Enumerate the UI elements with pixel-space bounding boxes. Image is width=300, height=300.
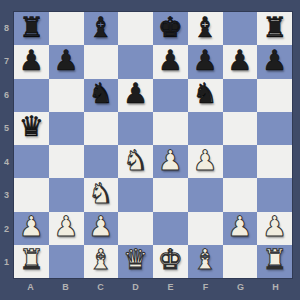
square-h1[interactable]: ♜ — [257, 245, 292, 278]
piece-black-pawn[interactable]: ♟ — [19, 47, 44, 75]
square-c7[interactable] — [84, 45, 119, 78]
square-f2[interactable] — [188, 212, 223, 245]
piece-black-rook[interactable]: ♜ — [19, 14, 44, 42]
chess-board[interactable]: ♜♝♚♝♜♟♟♟♟♟♟♞♟♞♛♞♟♟♞♟♟♟♟♟♜♝♛♚♝♜ — [13, 11, 293, 279]
file-label-h: H — [258, 279, 293, 295]
square-b4[interactable] — [49, 145, 84, 178]
file-label-e: E — [153, 279, 188, 295]
square-d2[interactable] — [118, 212, 153, 245]
piece-black-pawn[interactable]: ♟ — [262, 47, 287, 75]
square-c5[interactable] — [84, 112, 119, 145]
piece-white-pawn[interactable]: ♟ — [262, 213, 287, 241]
square-g6[interactable] — [223, 79, 258, 112]
square-b2[interactable]: ♟ — [49, 212, 84, 245]
square-b8[interactable] — [49, 12, 84, 45]
piece-white-knight[interactable]: ♞ — [123, 147, 148, 175]
square-c6[interactable]: ♞ — [84, 79, 119, 112]
piece-white-pawn[interactable]: ♟ — [54, 213, 79, 241]
rank-label-2: 2 — [0, 212, 13, 246]
square-b7[interactable]: ♟ — [49, 45, 84, 78]
file-label-f: F — [188, 279, 223, 295]
square-e7[interactable]: ♟ — [153, 45, 188, 78]
square-a5[interactable]: ♛ — [14, 112, 49, 145]
square-g2[interactable]: ♟ — [223, 212, 258, 245]
square-c3[interactable]: ♞ — [84, 178, 119, 211]
square-e3[interactable] — [153, 178, 188, 211]
piece-white-bishop[interactable]: ♝ — [88, 246, 113, 274]
piece-white-pawn[interactable]: ♟ — [227, 213, 252, 241]
piece-white-pawn[interactable]: ♟ — [158, 147, 183, 175]
square-a3[interactable] — [14, 178, 49, 211]
square-a2[interactable]: ♟ — [14, 212, 49, 245]
piece-black-king[interactable]: ♚ — [158, 14, 183, 42]
square-a6[interactable] — [14, 79, 49, 112]
square-h2[interactable]: ♟ — [257, 212, 292, 245]
square-d8[interactable] — [118, 12, 153, 45]
square-e6[interactable] — [153, 79, 188, 112]
square-a7[interactable]: ♟ — [14, 45, 49, 78]
piece-white-knight[interactable]: ♞ — [88, 180, 113, 208]
square-f4[interactable]: ♟ — [188, 145, 223, 178]
square-e5[interactable] — [153, 112, 188, 145]
square-h4[interactable] — [257, 145, 292, 178]
piece-white-queen[interactable]: ♛ — [123, 246, 148, 274]
rank-label-4: 4 — [0, 145, 13, 179]
square-h5[interactable] — [257, 112, 292, 145]
square-e4[interactable]: ♟ — [153, 145, 188, 178]
square-d5[interactable] — [118, 112, 153, 145]
piece-black-knight[interactable]: ♞ — [193, 80, 218, 108]
square-b6[interactable] — [49, 79, 84, 112]
file-label-d: D — [118, 279, 153, 295]
square-f7[interactable]: ♟ — [188, 45, 223, 78]
rank-label-7: 7 — [0, 45, 13, 79]
piece-black-pawn[interactable]: ♟ — [227, 47, 252, 75]
square-h7[interactable]: ♟ — [257, 45, 292, 78]
rank-labels: 87654321 — [0, 11, 13, 279]
square-c2[interactable]: ♟ — [84, 212, 119, 245]
square-g7[interactable]: ♟ — [223, 45, 258, 78]
piece-black-pawn[interactable]: ♟ — [54, 47, 79, 75]
square-g4[interactable] — [223, 145, 258, 178]
file-label-a: A — [13, 279, 48, 295]
square-a4[interactable] — [14, 145, 49, 178]
square-g8[interactable] — [223, 12, 258, 45]
rank-label-5: 5 — [0, 112, 13, 146]
square-d6[interactable]: ♟ — [118, 79, 153, 112]
square-d1[interactable]: ♛ — [118, 245, 153, 278]
square-h8[interactable]: ♜ — [257, 12, 292, 45]
piece-black-queen[interactable]: ♛ — [19, 113, 44, 141]
rank-label-1: 1 — [0, 246, 13, 280]
square-f1[interactable]: ♝ — [188, 245, 223, 278]
file-label-g: G — [223, 279, 258, 295]
square-b3[interactable] — [49, 178, 84, 211]
piece-white-pawn[interactable]: ♟ — [193, 147, 218, 175]
square-f8[interactable]: ♝ — [188, 12, 223, 45]
square-d7[interactable] — [118, 45, 153, 78]
square-d3[interactable] — [118, 178, 153, 211]
piece-white-pawn[interactable]: ♟ — [88, 213, 113, 241]
piece-black-pawn[interactable]: ♟ — [193, 47, 218, 75]
square-c1[interactable]: ♝ — [84, 245, 119, 278]
file-label-c: C — [83, 279, 118, 295]
square-c8[interactable]: ♝ — [84, 12, 119, 45]
square-e2[interactable] — [153, 212, 188, 245]
rank-label-3: 3 — [0, 179, 13, 213]
piece-white-pawn[interactable]: ♟ — [19, 213, 44, 241]
file-label-b: B — [48, 279, 83, 295]
square-f5[interactable] — [188, 112, 223, 145]
rank-label-6: 6 — [0, 78, 13, 112]
piece-black-pawn[interactable]: ♟ — [158, 47, 183, 75]
square-g3[interactable] — [223, 178, 258, 211]
piece-black-pawn[interactable]: ♟ — [123, 80, 148, 108]
piece-black-bishop[interactable]: ♝ — [193, 14, 218, 42]
square-h3[interactable] — [257, 178, 292, 211]
piece-white-king[interactable]: ♚ — [158, 246, 183, 274]
square-e8[interactable]: ♚ — [153, 12, 188, 45]
file-labels: ABCDEFGH — [13, 279, 293, 295]
square-b1[interactable] — [49, 245, 84, 278]
piece-black-bishop[interactable]: ♝ — [88, 14, 113, 42]
piece-white-rook[interactable]: ♜ — [262, 246, 287, 274]
square-g5[interactable] — [223, 112, 258, 145]
square-d4[interactable]: ♞ — [118, 145, 153, 178]
chess-board-frame: 87654321 ♜♝♚♝♜♟♟♟♟♟♟♞♟♞♛♞♟♟♞♟♟♟♟♟♜♝♛♚♝♜ … — [0, 0, 300, 300]
square-a1[interactable]: ♜ — [14, 245, 49, 278]
square-f3[interactable] — [188, 178, 223, 211]
piece-white-rook[interactable]: ♜ — [19, 246, 44, 274]
square-a8[interactable]: ♜ — [14, 12, 49, 45]
square-f6[interactable]: ♞ — [188, 79, 223, 112]
piece-black-rook[interactable]: ♜ — [262, 14, 287, 42]
rank-label-8: 8 — [0, 11, 13, 45]
piece-white-bishop[interactable]: ♝ — [193, 246, 218, 274]
square-e1[interactable]: ♚ — [153, 245, 188, 278]
square-c4[interactable] — [84, 145, 119, 178]
square-g1[interactable] — [223, 245, 258, 278]
square-b5[interactable] — [49, 112, 84, 145]
square-h6[interactable] — [257, 79, 292, 112]
piece-black-knight[interactable]: ♞ — [88, 80, 113, 108]
